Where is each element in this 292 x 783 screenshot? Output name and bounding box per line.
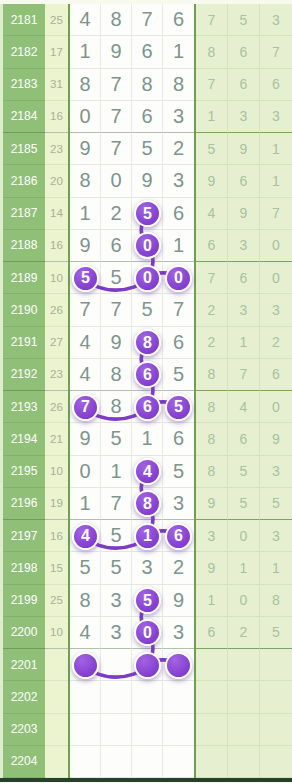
sum-cell: 23 (45, 359, 68, 391)
digit-cell: 7 (101, 294, 132, 326)
digit-cell: 9 (132, 165, 163, 197)
sum-cell: 10 (45, 617, 68, 649)
digit-cell: 5 (101, 423, 132, 455)
digit-cell: 7 (101, 133, 132, 165)
digit-cell: 6 (163, 423, 194, 455)
sum-cell: 15 (45, 552, 68, 584)
period-cell: 2201 (3, 649, 45, 681)
circled-digit: 5 (165, 394, 192, 421)
period-cell: 2183 (3, 69, 45, 101)
digit-cell: 4 (70, 617, 101, 649)
extra-digit-cell (260, 649, 292, 681)
sum-cell: 25 (45, 585, 68, 617)
digit-cell: 3 (163, 101, 194, 133)
digit-cell: 1 (70, 198, 101, 230)
period-cell: 2197 (3, 520, 45, 552)
extra-digit-cell: 9 (196, 488, 228, 520)
extra-digit-cell (228, 746, 260, 778)
extra-digit-cell: 0 (260, 230, 292, 262)
sum-cell: 17 (45, 36, 68, 68)
extra-digit-cell: 4 (228, 391, 260, 423)
period-cell: 2181 (3, 4, 45, 36)
extra-digit-cell: 8 (196, 36, 228, 68)
digit-cell: 3 (132, 552, 163, 584)
digit-cell: 8 (101, 391, 132, 423)
digit-cell (132, 714, 163, 746)
extra-digit-cell: 5 (228, 4, 260, 36)
extra-digit-cell: 2 (260, 327, 292, 359)
extra-digit-cell: 3 (196, 520, 228, 552)
digit-cell (163, 681, 194, 713)
digit-cell: 0 (70, 456, 101, 488)
extra-digit-cell: 7 (260, 198, 292, 230)
extra-digit-cell (196, 746, 228, 778)
sum-cell (45, 714, 68, 746)
digit-cell: 1 (70, 488, 101, 520)
extra-digit-cell: 5 (196, 133, 228, 165)
extra-digit-cell (196, 649, 228, 681)
digit-cell: 8 (70, 69, 101, 101)
sum-cell: 25 (45, 4, 68, 36)
digit-cell: 7 (101, 488, 132, 520)
extra-digit-cell: 6 (196, 230, 228, 262)
chart-row: 2186208093961 (0, 165, 292, 197)
extra-digit-cell (228, 649, 260, 681)
lottery-trend-chart-screen: { "game": "lottery pick-4 trend chart (d… (0, 0, 292, 783)
extra-digit-cell: 0 (228, 520, 260, 552)
extra-digit-cell: 1 (196, 585, 228, 617)
extra-digit-cell: 7 (196, 69, 228, 101)
digit-cell: 6 (163, 198, 194, 230)
period-cell: 2188 (3, 230, 45, 262)
digit-cell: 5 (132, 294, 163, 326)
extra-digit-cell: 6 (196, 617, 228, 649)
circled-digit: 5 (134, 587, 161, 614)
period-cell: 2190 (3, 294, 45, 326)
chart-row: 2198155532911 (0, 552, 292, 584)
extra-digit-cell: 3 (228, 101, 260, 133)
extra-digit-cell: 2 (228, 617, 260, 649)
extra-digit-cell: 6 (228, 423, 260, 455)
extra-digit-cell: 5 (228, 456, 260, 488)
extra-digit-cell: 3 (228, 294, 260, 326)
circled-digit: 8 (134, 329, 161, 356)
period-cell: 2196 (3, 488, 45, 520)
digit-cell (101, 746, 132, 778)
digit-cell: 7 (163, 294, 194, 326)
digit-cell: 3 (101, 617, 132, 649)
extra-digit-cell: 5 (260, 617, 292, 649)
extra-digit-cell: 9 (196, 552, 228, 584)
digit-cell: 8 (101, 4, 132, 36)
sum-cell: 16 (45, 520, 68, 552)
extra-digit-cell (196, 714, 228, 746)
digit-cell: 1 (101, 456, 132, 488)
chart-row: 2204 (0, 746, 292, 778)
digit-cell: 4 (70, 4, 101, 36)
digit-cell: 3 (163, 488, 194, 520)
chart-row: 2183318788766 (0, 69, 292, 101)
digit-cell: 2 (163, 552, 194, 584)
sum-cell: 20 (45, 165, 68, 197)
extra-digit-cell (228, 714, 260, 746)
extra-digit-cell: 7 (228, 359, 260, 391)
extra-digit-cell: 1 (260, 552, 292, 584)
sum-cell: 23 (45, 133, 68, 165)
period-cell: 2199 (3, 585, 45, 617)
digit-cell (101, 714, 132, 746)
period-cell: 2186 (3, 165, 45, 197)
extra-digit-cell: 9 (228, 133, 260, 165)
digit-cell: 5 (163, 456, 194, 488)
period-cell: 2191 (3, 327, 45, 359)
sum-cell: 14 (45, 198, 68, 230)
extra-digit-cell: 0 (260, 262, 292, 294)
circled-digit: 0 (134, 265, 161, 292)
prediction-circle (72, 652, 99, 679)
bottom-divider-bar (0, 778, 292, 782)
extra-digit-cell: 1 (260, 133, 292, 165)
period-cell: 2187 (3, 198, 45, 230)
sum-cell: 27 (45, 327, 68, 359)
circled-digit: 7 (72, 394, 99, 421)
sum-cell: 16 (45, 101, 68, 133)
period-cell: 2200 (3, 617, 45, 649)
digit-cell: 1 (163, 36, 194, 68)
period-cell: 2192 (3, 359, 45, 391)
extra-digit-cell: 0 (228, 585, 260, 617)
period-cell: 2184 (3, 101, 45, 133)
digit-cell: 5 (101, 262, 132, 294)
extra-digit-cell: 8 (196, 456, 228, 488)
digit-cell (70, 714, 101, 746)
digit-cell: 8 (101, 359, 132, 391)
digit-cell: 9 (70, 133, 101, 165)
prediction-circle (165, 652, 192, 679)
extra-digit-cell: 5 (260, 488, 292, 520)
digit-cell: 5 (163, 359, 194, 391)
extra-digit-cell: 8 (196, 359, 228, 391)
digit-cell: 6 (163, 327, 194, 359)
extra-digit-cell: 7 (196, 4, 228, 36)
extra-digit-cell: 8 (260, 585, 292, 617)
digit-cell: 8 (70, 585, 101, 617)
digit-cell (132, 746, 163, 778)
digit-cell: 9 (163, 585, 194, 617)
circled-digit: 0 (165, 265, 192, 292)
period-cell: 2185 (3, 133, 45, 165)
extra-digit-cell (260, 681, 292, 713)
extra-digit-cell: 6 (228, 36, 260, 68)
sum-cell (45, 681, 68, 713)
sum-cell: 10 (45, 262, 68, 294)
period-cell: 2204 (3, 746, 45, 778)
circled-digit: 1 (134, 523, 161, 550)
digit-cell: 5 (70, 552, 101, 584)
digit-cell: 7 (132, 4, 163, 36)
circled-digit: 6 (134, 394, 161, 421)
digit-cell: 7 (101, 101, 132, 133)
digit-cell: 8 (70, 165, 101, 197)
prediction-circle (134, 652, 161, 679)
extra-digit-cell (260, 714, 292, 746)
extra-digit-cell: 1 (196, 101, 228, 133)
digit-cell: 4 (70, 359, 101, 391)
digit-cell: 3 (163, 165, 194, 197)
extra-digit-cell: 7 (260, 36, 292, 68)
extra-digit-cell: 6 (228, 262, 260, 294)
extra-digit-cell: 1 (228, 552, 260, 584)
period-cell: 2194 (3, 423, 45, 455)
chart-row: 2184160763133 (0, 101, 292, 133)
digit-cell: 1 (163, 230, 194, 262)
extra-digit-cell (228, 681, 260, 713)
chart-row: 2194219516869 (0, 423, 292, 455)
extra-digit-cell: 3 (260, 520, 292, 552)
circled-digit: 4 (134, 458, 161, 485)
extra-digit-cell (260, 746, 292, 778)
period-cell: 2195 (3, 456, 45, 488)
extra-digit-cell: 6 (260, 69, 292, 101)
chart-row: 2190267757233 (0, 294, 292, 326)
sum-cell: 26 (45, 294, 68, 326)
period-cell: 2198 (3, 552, 45, 584)
digit-cell: 2 (101, 198, 132, 230)
digit-cell: 1 (132, 423, 163, 455)
extra-digit-cell: 6 (228, 165, 260, 197)
digit-cell (101, 649, 132, 681)
chart-row: 2182171961867 (0, 36, 292, 68)
digit-cell: 7 (101, 69, 132, 101)
digit-cell: 9 (101, 36, 132, 68)
sum-cell: 21 (45, 423, 68, 455)
extra-digit-cell: 3 (260, 101, 292, 133)
period-cell: 2202 (3, 681, 45, 713)
digit-cell: 6 (163, 4, 194, 36)
extra-digit-cell: 6 (260, 359, 292, 391)
period-cell: 2189 (3, 262, 45, 294)
digit-cell (163, 746, 194, 778)
digit-cell: 5 (101, 552, 132, 584)
digit-cell: 1 (70, 36, 101, 68)
digit-cell: 5 (132, 133, 163, 165)
digit-cell: 0 (101, 165, 132, 197)
sum-cell: 10 (45, 456, 68, 488)
digit-cell: 9 (101, 327, 132, 359)
extra-digit-cell: 1 (228, 327, 260, 359)
extra-digit-cell: 2 (196, 327, 228, 359)
chart-row: 2185239752591 (0, 133, 292, 165)
extra-digit-cell (196, 681, 228, 713)
digit-cell: 7 (70, 294, 101, 326)
period-cell: 2182 (3, 36, 45, 68)
extra-digit-cell: 8 (196, 391, 228, 423)
sum-cell: 31 (45, 69, 68, 101)
sum-cell: 16 (45, 230, 68, 262)
digit-cell (163, 714, 194, 746)
extra-digit-cell: 9 (260, 423, 292, 455)
extra-digit-cell: 3 (260, 4, 292, 36)
chart-row: 2202 (0, 681, 292, 713)
circled-digit: 6 (165, 523, 192, 550)
extra-digit-cell: 1 (260, 165, 292, 197)
digit-cell (70, 746, 101, 778)
digit-cell: 0 (70, 101, 101, 133)
chart-row: 2203 (0, 714, 292, 746)
digit-cell: 6 (132, 101, 163, 133)
digit-cell: 8 (132, 69, 163, 101)
extra-digit-cell: 0 (260, 391, 292, 423)
digit-cell (101, 681, 132, 713)
extra-digit-cell: 4 (196, 198, 228, 230)
circled-digit: 5 (72, 265, 99, 292)
extra-digit-cell: 9 (228, 198, 260, 230)
digit-cell: 6 (101, 230, 132, 262)
period-cell: 2193 (3, 391, 45, 423)
digit-cell: 6 (132, 36, 163, 68)
digit-cell: 2 (163, 133, 194, 165)
extra-digit-cell: 5 (228, 488, 260, 520)
digit-cell (132, 681, 163, 713)
extra-digit-cell: 8 (196, 423, 228, 455)
circled-digit: 4 (72, 523, 99, 550)
extra-digit-cell: 3 (228, 230, 260, 262)
digit-cell: 9 (70, 230, 101, 262)
digit-cell: 5 (101, 520, 132, 552)
digit-cell: 3 (101, 585, 132, 617)
chart-row: 2181254876753 (0, 4, 292, 36)
extra-digit-cell: 3 (260, 456, 292, 488)
extra-digit-cell: 3 (260, 294, 292, 326)
digit-cell: 4 (70, 327, 101, 359)
digit-cell: 8 (163, 69, 194, 101)
sum-cell: 19 (45, 488, 68, 520)
sum-cell (45, 746, 68, 778)
extra-digit-cell: 6 (228, 69, 260, 101)
digit-cell: 3 (163, 617, 194, 649)
period-cell: 2203 (3, 714, 45, 746)
sum-cell: 26 (45, 391, 68, 423)
digit-cell: 9 (70, 423, 101, 455)
extra-digit-cell: 7 (196, 262, 228, 294)
extra-digit-cell: 9 (196, 165, 228, 197)
circled-digit: 5 (134, 200, 161, 227)
extra-digit-cell: 2 (196, 294, 228, 326)
digit-cell (70, 681, 101, 713)
sum-cell (45, 649, 68, 681)
